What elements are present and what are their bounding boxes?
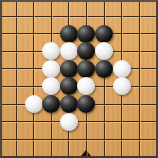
black-stone: ●: [77, 42, 95, 60]
black-stone: ●: [60, 77, 78, 95]
white-stone: ○: [77, 77, 95, 95]
grid-line-v: [156, 2, 157, 156]
white-stone: ○: [113, 60, 131, 78]
black-stone: ●: [60, 25, 78, 43]
white-stone: ○: [25, 95, 43, 113]
grid-line-v: [33, 2, 34, 156]
gomoku-board[interactable]: ●●●○○●○○●●●○○●○○○●●●○: [0, 0, 158, 158]
white-stone: ○: [60, 113, 78, 131]
black-stone: ●: [77, 60, 95, 78]
white-stone: ○: [42, 77, 60, 95]
grid-line-h: [2, 139, 156, 140]
black-stone: ●: [60, 60, 78, 78]
grid-line-h: [2, 156, 156, 157]
white-stone: ○: [60, 42, 78, 60]
white-stone: ○: [42, 60, 60, 78]
black-stone: ●: [60, 95, 78, 113]
grid-line-v: [139, 2, 140, 156]
grid-line-h: [2, 16, 156, 17]
black-stone: ●: [95, 25, 113, 43]
grid-line-h: [2, 121, 156, 122]
black-stone: ●: [77, 25, 95, 43]
grid-line-v: [16, 2, 17, 156]
black-stone: ●: [77, 95, 95, 113]
black-stone: ●: [95, 60, 113, 78]
black-stone: ●: [42, 95, 60, 113]
white-stone: ○: [42, 42, 60, 60]
white-stone: ○: [95, 42, 113, 60]
white-stone: ○: [113, 77, 131, 95]
screenshot-stage: ●●●○○●○○●●●○○●○○○●●●○: [0, 0, 158, 158]
